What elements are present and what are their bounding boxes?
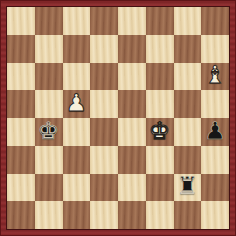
square-h6[interactable]: ♝: [201, 63, 229, 91]
white-king: ♚: [149, 119, 171, 143]
square-e2[interactable]: [118, 174, 146, 202]
square-g5[interactable]: [174, 90, 202, 118]
square-e4[interactable]: [118, 118, 146, 146]
square-f4[interactable]: ♚: [146, 118, 174, 146]
square-c1[interactable]: [63, 201, 91, 229]
square-h8[interactable]: [201, 7, 229, 35]
square-g6[interactable]: [174, 63, 202, 91]
square-e3[interactable]: [118, 146, 146, 174]
square-c8[interactable]: [63, 7, 91, 35]
square-f2[interactable]: [146, 174, 174, 202]
square-c3[interactable]: [63, 146, 91, 174]
white-bishop: ♝: [204, 63, 226, 87]
square-g7[interactable]: [174, 35, 202, 63]
square-g4[interactable]: [174, 118, 202, 146]
square-f7[interactable]: [146, 35, 174, 63]
square-c4[interactable]: [63, 118, 91, 146]
square-d8[interactable]: [90, 7, 118, 35]
square-b2[interactable]: [35, 174, 63, 202]
black-king: ♚: [38, 119, 60, 143]
board-frame: ♝♟♚♚♟♜: [0, 0, 236, 236]
chess-board: ♝♟♚♚♟♜: [6, 6, 230, 230]
white-pawn: ♟: [66, 91, 88, 115]
square-a6[interactable]: [7, 63, 35, 91]
square-c6[interactable]: [63, 63, 91, 91]
square-e6[interactable]: [118, 63, 146, 91]
square-g3[interactable]: [174, 146, 202, 174]
square-d2[interactable]: [90, 174, 118, 202]
square-h3[interactable]: [201, 146, 229, 174]
square-a4[interactable]: [7, 118, 35, 146]
square-e8[interactable]: [118, 7, 146, 35]
square-a5[interactable]: [7, 90, 35, 118]
square-h7[interactable]: [201, 35, 229, 63]
square-b6[interactable]: [35, 63, 63, 91]
square-c5[interactable]: ♟: [63, 90, 91, 118]
square-e7[interactable]: [118, 35, 146, 63]
square-d4[interactable]: [90, 118, 118, 146]
square-c7[interactable]: [63, 35, 91, 63]
square-f5[interactable]: [146, 90, 174, 118]
square-a8[interactable]: [7, 7, 35, 35]
square-f8[interactable]: [146, 7, 174, 35]
black-rook: ♜: [177, 174, 199, 198]
square-h2[interactable]: [201, 174, 229, 202]
square-h4[interactable]: ♟: [201, 118, 229, 146]
square-b7[interactable]: [35, 35, 63, 63]
square-a1[interactable]: [7, 201, 35, 229]
square-e1[interactable]: [118, 201, 146, 229]
square-d7[interactable]: [90, 35, 118, 63]
square-f3[interactable]: [146, 146, 174, 174]
square-c2[interactable]: [63, 174, 91, 202]
square-f1[interactable]: [146, 201, 174, 229]
square-a2[interactable]: [7, 174, 35, 202]
square-e5[interactable]: [118, 90, 146, 118]
square-b5[interactable]: [35, 90, 63, 118]
square-b4[interactable]: ♚: [35, 118, 63, 146]
square-a7[interactable]: [7, 35, 35, 63]
square-h5[interactable]: [201, 90, 229, 118]
square-g2[interactable]: ♜: [174, 174, 202, 202]
square-d1[interactable]: [90, 201, 118, 229]
square-b1[interactable]: [35, 201, 63, 229]
square-d5[interactable]: [90, 90, 118, 118]
square-d6[interactable]: [90, 63, 118, 91]
square-f6[interactable]: [146, 63, 174, 91]
square-h1[interactable]: [201, 201, 229, 229]
square-b3[interactable]: [35, 146, 63, 174]
square-a3[interactable]: [7, 146, 35, 174]
square-g1[interactable]: [174, 201, 202, 229]
square-d3[interactable]: [90, 146, 118, 174]
black-pawn: ♟: [204, 119, 226, 143]
square-b8[interactable]: [35, 7, 63, 35]
square-g8[interactable]: [174, 7, 202, 35]
